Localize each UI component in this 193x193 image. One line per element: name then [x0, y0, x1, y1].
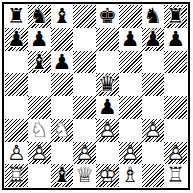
piece-black-pawn[interactable]: ♟ — [96, 96, 119, 119]
square-h1[interactable]: ♜♖ — [164, 164, 187, 187]
piece-black-knight[interactable]: ♞ — [142, 5, 165, 28]
piece-white-pawn[interactable]: ♟♙ — [96, 119, 119, 142]
square-e6[interactable] — [96, 51, 119, 74]
square-g8[interactable]: ♞ — [142, 5, 165, 28]
piece-black-pawn[interactable]: ♟ — [51, 51, 74, 74]
square-f8[interactable] — [119, 5, 142, 28]
black-pawn-icon: ♟ — [96, 96, 119, 119]
square-g5[interactable] — [142, 73, 165, 96]
square-a6[interactable] — [5, 51, 28, 74]
square-g2[interactable] — [142, 142, 165, 165]
square-g3[interactable]: ♟♙ — [142, 119, 165, 142]
square-d3[interactable] — [73, 119, 96, 142]
black-queen-icon: ♛ — [96, 73, 119, 96]
black-bishop-icon: ♝ — [28, 51, 51, 74]
black-pawn-icon: ♟ — [5, 28, 28, 51]
white-pawn-icon: ♙ — [73, 142, 96, 165]
piece-white-pawn[interactable]: ♟♙ — [5, 142, 28, 165]
piece-black-bishop[interactable]: ♝ — [51, 5, 74, 28]
piece-black-bishop[interactable]: ♝ — [51, 164, 74, 187]
square-b5[interactable] — [28, 73, 51, 96]
black-rook-icon: ♜ — [164, 5, 187, 28]
square-f7[interactable]: ♟ — [119, 28, 142, 51]
black-bishop-icon: ♝ — [51, 5, 74, 28]
square-f3[interactable] — [119, 119, 142, 142]
square-b2[interactable]: ♟♙ — [28, 142, 51, 165]
square-g7[interactable]: ♟ — [142, 28, 165, 51]
black-pawn-icon: ♟ — [28, 28, 51, 51]
piece-white-pawn[interactable]: ♟♙ — [142, 119, 165, 142]
square-d7[interactable] — [73, 28, 96, 51]
piece-white-rook[interactable]: ♜♖ — [5, 164, 28, 187]
square-e5[interactable]: ♛ — [96, 73, 119, 96]
white-bishop-icon: ♗ — [119, 164, 142, 187]
square-g4[interactable] — [142, 96, 165, 119]
square-a4[interactable] — [5, 96, 28, 119]
piece-white-queen[interactable]: ♛♕ — [73, 164, 96, 187]
black-bishop-icon: ♝ — [51, 164, 74, 187]
white-pawn-icon: ♙ — [96, 119, 119, 142]
square-d8[interactable] — [73, 5, 96, 28]
square-g6[interactable] — [142, 51, 165, 74]
piece-black-pawn[interactable]: ♟ — [5, 28, 28, 51]
square-h3[interactable] — [164, 119, 187, 142]
square-e1[interactable]: ♚♔ — [96, 164, 119, 187]
white-knight-icon: ♘ — [51, 119, 74, 142]
square-c5[interactable] — [51, 73, 74, 96]
square-b6[interactable]: ♝ — [28, 51, 51, 74]
square-h4[interactable] — [164, 96, 187, 119]
square-b7[interactable]: ♟ — [28, 28, 51, 51]
white-king-icon: ♔ — [96, 164, 119, 187]
board-frame: ♜♞♝♚♞♜♟♟♟♟♟♝♟♛♟♞♘♞♘♟♙♟♙♟♙♟♙♟♙♟♙♟♙♜♖♝♛♕♚♔… — [2, 2, 190, 190]
square-e8[interactable]: ♚ — [96, 5, 119, 28]
square-b4[interactable] — [28, 96, 51, 119]
piece-black-pawn[interactable]: ♟ — [164, 28, 187, 51]
piece-black-king[interactable]: ♚ — [96, 5, 119, 28]
black-pawn-icon: ♟ — [119, 28, 142, 51]
square-a7[interactable]: ♟ — [5, 28, 28, 51]
square-c2[interactable] — [51, 142, 74, 165]
square-e3[interactable]: ♟♙ — [96, 119, 119, 142]
square-h7[interactable]: ♟ — [164, 28, 187, 51]
black-knight-icon: ♞ — [142, 5, 165, 28]
square-a8[interactable]: ♜ — [5, 5, 28, 28]
square-b1[interactable] — [28, 164, 51, 187]
square-c1[interactable]: ♝ — [51, 164, 74, 187]
piece-white-pawn[interactable]: ♟♙ — [28, 142, 51, 165]
square-b3[interactable]: ♞♘ — [28, 119, 51, 142]
black-pawn-icon: ♟ — [51, 51, 74, 74]
square-a1[interactable]: ♜♖ — [5, 164, 28, 187]
white-pawn-icon: ♙ — [119, 142, 142, 165]
piece-white-rook[interactable]: ♜♖ — [164, 164, 187, 187]
square-e7[interactable] — [96, 28, 119, 51]
square-h2[interactable]: ♟♙ — [164, 142, 187, 165]
white-pawn-icon: ♙ — [5, 142, 28, 165]
square-f4[interactable] — [119, 96, 142, 119]
square-f6[interactable] — [119, 51, 142, 74]
square-d4[interactable] — [73, 96, 96, 119]
square-h6[interactable] — [164, 51, 187, 74]
square-c4[interactable] — [51, 96, 74, 119]
square-c6[interactable]: ♟ — [51, 51, 74, 74]
white-pawn-icon: ♙ — [28, 142, 51, 165]
square-d5[interactable] — [73, 73, 96, 96]
piece-white-knight[interactable]: ♞♘ — [28, 119, 51, 142]
square-c8[interactable]: ♝ — [51, 5, 74, 28]
white-rook-icon: ♖ — [5, 164, 28, 187]
piece-black-knight[interactable]: ♞ — [28, 5, 51, 28]
square-e2[interactable] — [96, 142, 119, 165]
square-c7[interactable] — [51, 28, 74, 51]
square-f5[interactable] — [119, 73, 142, 96]
square-f1[interactable]: ♝♗ — [119, 164, 142, 187]
square-b8[interactable]: ♞ — [28, 5, 51, 28]
square-c3[interactable]: ♞♘ — [51, 119, 74, 142]
piece-white-pawn[interactable]: ♟♙ — [164, 142, 187, 165]
piece-black-rook[interactable]: ♜ — [5, 5, 28, 28]
black-knight-icon: ♞ — [28, 5, 51, 28]
square-a5[interactable] — [5, 73, 28, 96]
square-h5[interactable] — [164, 73, 187, 96]
white-queen-icon: ♕ — [73, 164, 96, 187]
square-d2[interactable]: ♟♙ — [73, 142, 96, 165]
black-pawn-icon: ♟ — [142, 28, 165, 51]
white-rook-icon: ♖ — [164, 164, 187, 187]
piece-white-bishop[interactable]: ♝♗ — [119, 164, 142, 187]
white-pawn-icon: ♙ — [164, 142, 187, 165]
black-pawn-icon: ♟ — [164, 28, 187, 51]
piece-white-king[interactable]: ♚♔ — [96, 164, 119, 187]
piece-black-bishop[interactable]: ♝ — [28, 51, 51, 74]
white-knight-icon: ♘ — [28, 119, 51, 142]
square-f2[interactable]: ♟♙ — [119, 142, 142, 165]
square-a2[interactable]: ♟♙ — [5, 142, 28, 165]
piece-black-pawn[interactable]: ♟ — [142, 28, 165, 51]
square-h8[interactable]: ♜ — [164, 5, 187, 28]
white-pawn-icon: ♙ — [142, 119, 165, 142]
square-d1[interactable]: ♛♕ — [73, 164, 96, 187]
square-e4[interactable]: ♟ — [96, 96, 119, 119]
piece-white-pawn[interactable]: ♟♙ — [73, 142, 96, 165]
piece-black-rook[interactable]: ♜ — [164, 5, 187, 28]
piece-black-pawn[interactable]: ♟ — [28, 28, 51, 51]
piece-black-pawn[interactable]: ♟ — [119, 28, 142, 51]
square-d6[interactable] — [73, 51, 96, 74]
piece-white-pawn[interactable]: ♟♙ — [119, 142, 142, 165]
piece-white-knight[interactable]: ♞♘ — [51, 119, 74, 142]
piece-black-queen[interactable]: ♛ — [96, 73, 119, 96]
board-grid: ♜♞♝♚♞♜♟♟♟♟♟♝♟♛♟♞♘♞♘♟♙♟♙♟♙♟♙♟♙♟♙♟♙♜♖♝♛♕♚♔… — [5, 5, 187, 187]
chess-diagram: ♜♞♝♚♞♜♟♟♟♟♟♝♟♛♟♞♘♞♘♟♙♟♙♟♙♟♙♟♙♟♙♟♙♜♖♝♛♕♚♔… — [0, 0, 193, 193]
square-a3[interactable] — [5, 119, 28, 142]
black-rook-icon: ♜ — [5, 5, 28, 28]
black-king-icon: ♚ — [96, 5, 119, 28]
square-g1[interactable] — [142, 164, 165, 187]
